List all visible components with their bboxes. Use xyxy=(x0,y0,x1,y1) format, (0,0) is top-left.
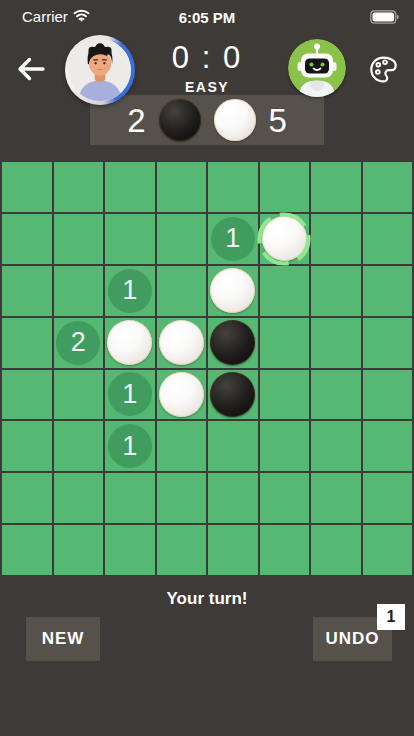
board-cell[interactable] xyxy=(260,214,310,264)
board-cell[interactable] xyxy=(157,162,207,212)
theme-palette-button[interactable] xyxy=(366,54,400,88)
move-hint-badge[interactable]: 1 xyxy=(108,372,152,416)
othello-app-screen: Carrier 6:05 PM xyxy=(0,0,414,736)
white-disc xyxy=(210,268,255,313)
board-cell[interactable] xyxy=(105,525,155,575)
white-disc-icon xyxy=(214,99,256,141)
board-cell[interactable]: 2 xyxy=(54,318,104,368)
board-cell[interactable] xyxy=(260,318,310,368)
board-cell[interactable] xyxy=(260,266,310,316)
board-cell[interactable] xyxy=(260,473,310,523)
board-cell[interactable] xyxy=(260,162,310,212)
board-cell[interactable] xyxy=(208,473,258,523)
board-cell[interactable] xyxy=(260,370,310,420)
board-cell[interactable] xyxy=(157,266,207,316)
board-cell[interactable] xyxy=(2,214,52,264)
board-cell[interactable] xyxy=(260,525,310,575)
board-cell[interactable] xyxy=(311,525,361,575)
turn-status-text: Your turn! xyxy=(0,589,414,609)
board-cell[interactable] xyxy=(105,162,155,212)
player-avatar xyxy=(65,35,135,105)
board-cell[interactable] xyxy=(363,421,413,471)
board-cell[interactable] xyxy=(311,162,361,212)
board-cell[interactable] xyxy=(2,525,52,575)
match-score-block: 0 : 0 EASY xyxy=(0,40,414,95)
board-cell[interactable] xyxy=(54,525,104,575)
board-cell[interactable] xyxy=(54,421,104,471)
board-cell[interactable] xyxy=(54,214,104,264)
board-cell[interactable]: 1 xyxy=(208,214,258,264)
board-cell[interactable] xyxy=(2,318,52,368)
black-disc-icon xyxy=(159,99,201,141)
board-cell[interactable] xyxy=(105,214,155,264)
board-cell[interactable] xyxy=(363,266,413,316)
board-cell[interactable] xyxy=(311,473,361,523)
match-score: 0 : 0 xyxy=(0,40,414,76)
white-disc-count: 5 xyxy=(269,104,287,137)
clock: 6:05 PM xyxy=(0,9,414,26)
move-hint-badge[interactable]: 2 xyxy=(56,321,100,365)
undo-count-badge: 1 xyxy=(377,604,405,630)
robot-illustration xyxy=(288,39,346,97)
board: 11211 xyxy=(0,160,414,577)
move-hint-badge[interactable]: 1 xyxy=(108,269,152,313)
board-cell[interactable] xyxy=(363,162,413,212)
board-cell[interactable] xyxy=(311,214,361,264)
board-cell[interactable] xyxy=(2,473,52,523)
black-disc-count: 2 xyxy=(127,104,145,137)
board-cell[interactable] xyxy=(54,266,104,316)
move-hint-badge[interactable]: 1 xyxy=(108,424,152,468)
board-cell[interactable] xyxy=(363,473,413,523)
disc-count-panel: 2 5 xyxy=(90,95,324,145)
board-cell[interactable] xyxy=(363,214,413,264)
board-cell[interactable] xyxy=(208,421,258,471)
board-cell[interactable] xyxy=(311,318,361,368)
board-cell[interactable] xyxy=(208,370,258,420)
palette-icon xyxy=(368,54,399,88)
new-game-button[interactable]: NEW xyxy=(26,617,100,661)
board-cell[interactable] xyxy=(157,318,207,368)
board-cell[interactable] xyxy=(2,266,52,316)
board-cell[interactable] xyxy=(157,421,207,471)
board-cell[interactable] xyxy=(208,266,258,316)
board-cell[interactable]: 1 xyxy=(105,266,155,316)
board-cell[interactable] xyxy=(2,421,52,471)
board-cell[interactable] xyxy=(311,421,361,471)
battery-icon xyxy=(370,10,400,28)
difficulty-label: EASY xyxy=(0,79,414,95)
board-cell[interactable] xyxy=(157,370,207,420)
board-cell[interactable] xyxy=(311,266,361,316)
move-hint-badge[interactable]: 1 xyxy=(211,217,255,261)
board-cell[interactable] xyxy=(208,162,258,212)
robot-avatar xyxy=(288,39,346,97)
board-cell[interactable] xyxy=(311,370,361,420)
board-cell[interactable] xyxy=(260,421,310,471)
white-disc xyxy=(159,372,204,417)
board-cell[interactable] xyxy=(105,318,155,368)
white-disc xyxy=(107,320,152,365)
white-disc xyxy=(262,216,307,261)
board-cell[interactable] xyxy=(157,473,207,523)
person-illustration xyxy=(69,39,131,101)
board-cell[interactable] xyxy=(2,162,52,212)
board-cell[interactable] xyxy=(54,473,104,523)
board-cell[interactable] xyxy=(54,162,104,212)
board-cell[interactable] xyxy=(363,370,413,420)
black-disc xyxy=(210,320,255,365)
board-cell[interactable] xyxy=(157,214,207,264)
board-cell[interactable]: 1 xyxy=(105,370,155,420)
status-bar: Carrier 6:05 PM xyxy=(0,0,414,38)
board-cell[interactable] xyxy=(54,370,104,420)
board-cell[interactable] xyxy=(208,525,258,575)
board-cell[interactable] xyxy=(363,318,413,368)
board-cell[interactable] xyxy=(105,473,155,523)
board-cell[interactable] xyxy=(2,370,52,420)
board-cell[interactable] xyxy=(208,318,258,368)
board-cell[interactable] xyxy=(363,525,413,575)
black-disc xyxy=(210,372,255,417)
board-cell[interactable]: 1 xyxy=(105,421,155,471)
white-disc xyxy=(159,320,204,365)
board-cell[interactable] xyxy=(157,525,207,575)
